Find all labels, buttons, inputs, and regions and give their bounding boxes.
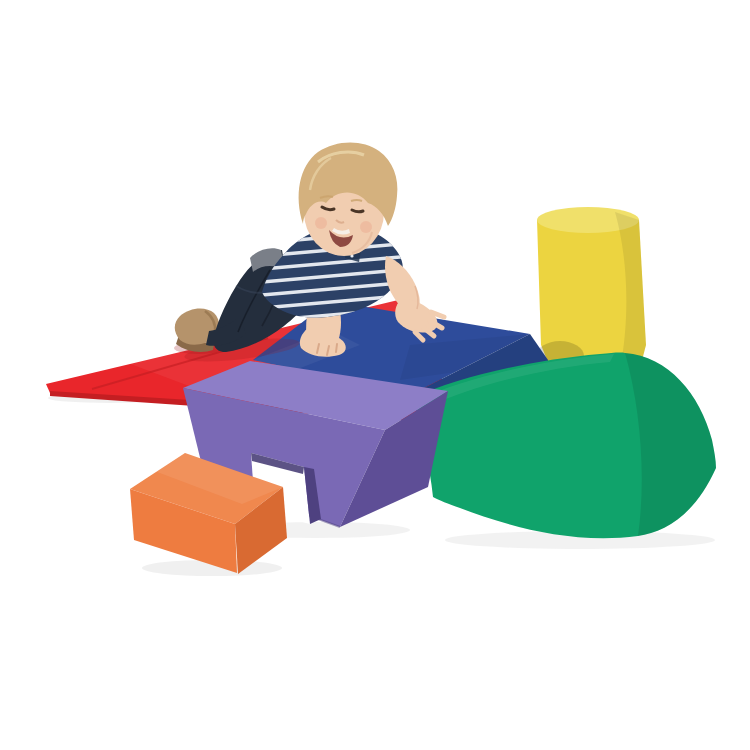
yellow-cylinder <box>536 207 646 372</box>
scene-illustration <box>0 0 750 750</box>
green-arch <box>415 353 716 539</box>
product-photo <box>0 0 750 750</box>
